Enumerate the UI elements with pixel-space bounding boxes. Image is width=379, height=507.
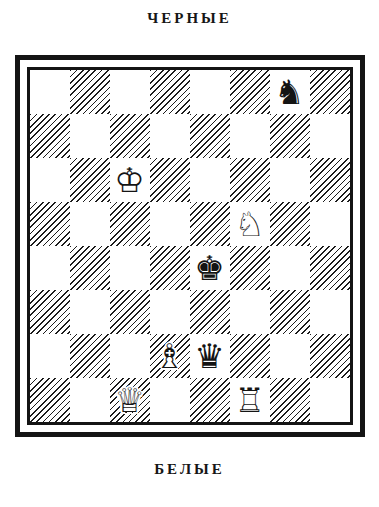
square-a2 [30, 334, 70, 378]
square-g1 [270, 378, 310, 422]
square-f1: ♜♖ [230, 378, 270, 422]
square-a7 [30, 114, 70, 158]
square-e8 [190, 70, 230, 114]
square-b2 [70, 334, 110, 378]
square-e5 [190, 202, 230, 246]
square-h1 [310, 378, 350, 422]
black-side-label: ЧЕРНЫЕ [0, 0, 379, 27]
square-f8 [230, 70, 270, 114]
square-f2 [230, 334, 270, 378]
square-h4 [310, 246, 350, 290]
square-a3 [30, 290, 70, 334]
square-b6 [70, 158, 110, 202]
square-b3 [70, 290, 110, 334]
square-d2: ♝♗ [150, 334, 190, 378]
square-h6 [310, 158, 350, 202]
square-h8 [310, 70, 350, 114]
board-grid: ♞♚♔♞♘♚♝♗♛♛♕♜♖ [30, 70, 350, 422]
square-c4 [110, 246, 150, 290]
piece-silhouette: ♛ [110, 378, 150, 422]
square-d4 [150, 246, 190, 290]
square-g3 [270, 290, 310, 334]
square-d1 [150, 378, 190, 422]
piece-black-queen: ♛ [190, 334, 230, 378]
piece-white-knight: ♘ [230, 202, 270, 246]
square-h2 [310, 334, 350, 378]
square-e7 [190, 114, 230, 158]
book-page: ЧЕРНЫЕ ♞♚♔♞♘♚♝♗♛♛♕♜♖ БЕЛЫЕ [0, 0, 379, 507]
square-b8 [70, 70, 110, 114]
square-h3 [310, 290, 350, 334]
piece-silhouette: ♝ [150, 334, 190, 378]
square-a1 [30, 378, 70, 422]
square-b1 [70, 378, 110, 422]
square-f4 [230, 246, 270, 290]
square-b4 [70, 246, 110, 290]
square-d5 [150, 202, 190, 246]
square-b5 [70, 202, 110, 246]
square-g7 [270, 114, 310, 158]
piece-black-knight: ♞ [270, 70, 310, 114]
square-c8 [110, 70, 150, 114]
board-outer-border: ♞♚♔♞♘♚♝♗♛♛♕♜♖ [15, 55, 365, 437]
white-side-label: БЕЛЫЕ [0, 461, 379, 478]
square-f3 [230, 290, 270, 334]
square-d8 [150, 70, 190, 114]
piece-silhouette: ♞ [230, 202, 270, 246]
square-e6 [190, 158, 230, 202]
square-c2 [110, 334, 150, 378]
square-f6 [230, 158, 270, 202]
square-a8 [30, 70, 70, 114]
piece-white-king: ♔ [110, 158, 150, 202]
square-d6 [150, 158, 190, 202]
square-f7 [230, 114, 270, 158]
square-h5 [310, 202, 350, 246]
square-e2: ♛ [190, 334, 230, 378]
piece-white-queen: ♕ [110, 378, 150, 422]
chess-board: ♞♚♔♞♘♚♝♗♛♛♕♜♖ [15, 55, 365, 437]
square-c7 [110, 114, 150, 158]
square-c6: ♚♔ [110, 158, 150, 202]
piece-silhouette: ♚ [110, 158, 150, 202]
square-a6 [30, 158, 70, 202]
square-g5 [270, 202, 310, 246]
square-d3 [150, 290, 190, 334]
piece-black-king: ♚ [190, 246, 230, 290]
square-c1: ♛♕ [110, 378, 150, 422]
board-inner-border: ♞♚♔♞♘♚♝♗♛♛♕♜♖ [27, 67, 353, 425]
square-c5 [110, 202, 150, 246]
square-g6 [270, 158, 310, 202]
square-g2 [270, 334, 310, 378]
piece-white-rook: ♖ [230, 378, 270, 422]
square-g8: ♞ [270, 70, 310, 114]
square-e1 [190, 378, 230, 422]
square-d7 [150, 114, 190, 158]
square-e3 [190, 290, 230, 334]
square-a4 [30, 246, 70, 290]
square-b7 [70, 114, 110, 158]
square-e4: ♚ [190, 246, 230, 290]
piece-silhouette: ♜ [230, 378, 270, 422]
square-f5: ♞♘ [230, 202, 270, 246]
square-g4 [270, 246, 310, 290]
piece-white-bishop: ♗ [150, 334, 190, 378]
square-h7 [310, 114, 350, 158]
square-c3 [110, 290, 150, 334]
square-a5 [30, 202, 70, 246]
